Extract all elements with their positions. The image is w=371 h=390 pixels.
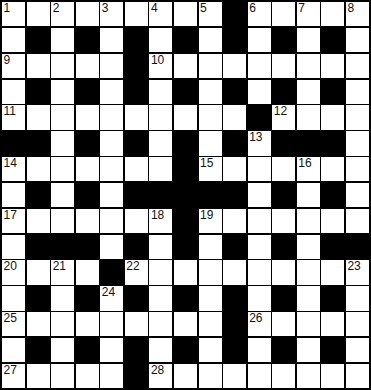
black-cell-r10c10 bbox=[223, 235, 246, 259]
white-cell-r11c2[interactable] bbox=[27, 260, 50, 284]
white-cell-r4c5[interactable] bbox=[100, 80, 123, 104]
clue-number-14: 14 bbox=[4, 157, 17, 170]
white-cell-r13c4[interactable] bbox=[76, 312, 99, 336]
clue-number-18: 18 bbox=[151, 209, 164, 222]
black-cell-r10c15 bbox=[346, 235, 369, 259]
black-cell-r10c12 bbox=[272, 235, 295, 259]
black-cell-r14c12 bbox=[272, 338, 295, 362]
black-cell-r6c13 bbox=[297, 131, 320, 155]
black-cell-r10c8 bbox=[174, 235, 197, 259]
white-cell-r3c1[interactable]: 9 bbox=[2, 54, 25, 78]
white-cell-r5c15[interactable] bbox=[346, 105, 369, 129]
white-cell-r1c3[interactable]: 2 bbox=[51, 2, 74, 26]
clue-number-12: 12 bbox=[274, 105, 287, 118]
white-cell-r6c9[interactable] bbox=[199, 131, 222, 155]
clue-number-27: 27 bbox=[4, 364, 17, 377]
black-cell-r14c10 bbox=[223, 338, 246, 362]
white-cell-r13c9[interactable] bbox=[199, 312, 222, 336]
white-cell-r5c6[interactable] bbox=[125, 105, 148, 129]
white-cell-r14c13[interactable] bbox=[297, 338, 320, 362]
black-cell-r12c14 bbox=[321, 286, 344, 310]
white-cell-r1c11[interactable]: 6 bbox=[248, 2, 271, 26]
black-cell-r2c6 bbox=[125, 28, 148, 52]
clue-number-8: 8 bbox=[347, 2, 354, 15]
black-cell-r14c4 bbox=[76, 338, 99, 362]
white-cell-r14c9[interactable] bbox=[199, 338, 222, 362]
white-cell-r1c15[interactable]: 8 bbox=[346, 2, 369, 26]
black-cell-r7c8 bbox=[174, 157, 197, 181]
white-cell-r7c2[interactable] bbox=[27, 157, 50, 181]
clue-number-13: 13 bbox=[249, 131, 262, 144]
white-cell-r11c3[interactable]: 21 bbox=[51, 260, 74, 284]
black-cell-r4c8 bbox=[174, 80, 197, 104]
white-cell-r12c1[interactable] bbox=[2, 286, 25, 310]
clue-number-19: 19 bbox=[200, 209, 213, 222]
white-cell-r7c10[interactable] bbox=[223, 157, 246, 181]
black-cell-r8c4 bbox=[76, 183, 99, 207]
white-cell-r10c9[interactable] bbox=[199, 235, 222, 259]
white-cell-r11c10[interactable] bbox=[223, 260, 246, 284]
white-cell-r5c13[interactable] bbox=[297, 105, 320, 129]
black-cell-r6c8 bbox=[174, 131, 197, 155]
white-cell-r9c3[interactable] bbox=[51, 209, 74, 233]
black-cell-r2c2 bbox=[27, 28, 50, 52]
white-cell-r9c15[interactable] bbox=[346, 209, 369, 233]
black-cell-r6c10 bbox=[223, 131, 246, 155]
white-cell-r2c3[interactable] bbox=[51, 28, 74, 52]
white-cell-r15c3[interactable] bbox=[51, 364, 74, 388]
white-cell-r14c1[interactable] bbox=[2, 338, 25, 362]
clue-number-10: 10 bbox=[151, 54, 164, 67]
white-cell-r11c12[interactable] bbox=[272, 260, 295, 284]
white-cell-r5c12[interactable]: 12 bbox=[272, 105, 295, 129]
clue-number-23: 23 bbox=[347, 260, 360, 273]
black-cell-r13c10 bbox=[223, 312, 246, 336]
white-cell-r11c8[interactable] bbox=[174, 260, 197, 284]
white-cell-r1c13[interactable]: 7 bbox=[297, 2, 320, 26]
white-cell-r14c5[interactable] bbox=[100, 338, 123, 362]
white-cell-r5c3[interactable] bbox=[51, 105, 74, 129]
white-cell-r7c5[interactable] bbox=[100, 157, 123, 181]
white-cell-r5c7[interactable] bbox=[149, 105, 172, 129]
white-cell-r10c11[interactable] bbox=[248, 235, 271, 259]
clue-number-11: 11 bbox=[4, 105, 16, 118]
white-cell-r2c9[interactable] bbox=[199, 28, 222, 52]
black-cell-r8c12 bbox=[272, 183, 295, 207]
white-cell-r6c11[interactable]: 13 bbox=[248, 131, 271, 155]
black-cell-r14c8 bbox=[174, 338, 197, 362]
black-cell-r1c10 bbox=[223, 2, 246, 26]
black-cell-r6c4 bbox=[76, 131, 99, 155]
black-cell-r4c12 bbox=[272, 80, 295, 104]
white-cell-r5c10[interactable] bbox=[223, 105, 246, 129]
white-cell-r9c1[interactable]: 17 bbox=[2, 209, 25, 233]
white-cell-r8c13[interactable] bbox=[297, 183, 320, 207]
white-cell-r7c13[interactable]: 16 bbox=[297, 157, 320, 181]
white-cell-r5c8[interactable] bbox=[174, 105, 197, 129]
black-cell-r6c14 bbox=[321, 131, 344, 155]
black-cell-r10c14 bbox=[321, 235, 344, 259]
clue-number-22: 22 bbox=[126, 260, 139, 273]
white-cell-r1c6[interactable] bbox=[125, 2, 148, 26]
white-cell-r4c11[interactable] bbox=[248, 80, 271, 104]
black-cell-r2c4 bbox=[76, 28, 99, 52]
white-cell-r3c14[interactable] bbox=[321, 54, 344, 78]
clue-number-25: 25 bbox=[4, 312, 17, 325]
white-cell-r11c13[interactable] bbox=[297, 260, 320, 284]
white-cell-r2c7[interactable] bbox=[149, 28, 172, 52]
white-cell-r8c3[interactable] bbox=[51, 183, 74, 207]
white-cell-r1c9[interactable]: 5 bbox=[199, 2, 222, 26]
black-cell-r12c6 bbox=[125, 286, 148, 310]
black-cell-r2c8 bbox=[174, 28, 197, 52]
clue-number-17: 17 bbox=[4, 209, 17, 222]
black-cell-r9c8 bbox=[174, 209, 197, 233]
white-cell-r7c12[interactable] bbox=[272, 157, 295, 181]
white-cell-r12c7[interactable] bbox=[149, 286, 172, 310]
white-cell-r11c9[interactable] bbox=[199, 260, 222, 284]
white-cell-r8c5[interactable] bbox=[100, 183, 123, 207]
white-cell-r1c8[interactable] bbox=[174, 2, 197, 26]
clue-number-21: 21 bbox=[53, 260, 66, 273]
white-cell-r15c7[interactable]: 28 bbox=[149, 364, 172, 388]
white-cell-r7c1[interactable]: 14 bbox=[2, 157, 25, 181]
white-cell-r6c15[interactable] bbox=[346, 131, 369, 155]
white-cell-r12c9[interactable] bbox=[199, 286, 222, 310]
white-cell-r11c15[interactable]: 23 bbox=[346, 260, 369, 284]
black-cell-r4c4 bbox=[76, 80, 99, 104]
white-cell-r11c11[interactable] bbox=[248, 260, 271, 284]
black-cell-r4c2 bbox=[27, 80, 50, 104]
clue-number-16: 16 bbox=[298, 157, 311, 170]
white-cell-r13c2[interactable] bbox=[27, 312, 50, 336]
black-cell-r3c6 bbox=[125, 54, 148, 78]
white-cell-r7c4[interactable] bbox=[76, 157, 99, 181]
white-cell-r1c12[interactable] bbox=[272, 2, 295, 26]
white-cell-r4c9[interactable] bbox=[199, 80, 222, 104]
black-cell-r12c8 bbox=[174, 286, 197, 310]
white-cell-r15c14[interactable] bbox=[321, 364, 344, 388]
white-cell-r6c3[interactable] bbox=[51, 131, 74, 155]
white-cell-r11c7[interactable] bbox=[149, 260, 172, 284]
white-cell-r9c6[interactable] bbox=[125, 209, 148, 233]
white-cell-r15c9[interactable] bbox=[199, 364, 222, 388]
white-cell-r7c15[interactable] bbox=[346, 157, 369, 181]
white-cell-r14c3[interactable] bbox=[51, 338, 74, 362]
white-cell-r5c2[interactable] bbox=[27, 105, 50, 129]
white-cell-r3c12[interactable] bbox=[272, 54, 295, 78]
clue-number-1: 1 bbox=[4, 2, 11, 15]
white-cell-r5c14[interactable] bbox=[321, 105, 344, 129]
clue-number-4: 4 bbox=[151, 2, 158, 15]
white-cell-r2c5[interactable] bbox=[100, 28, 123, 52]
black-cell-r8c9 bbox=[199, 183, 222, 207]
white-cell-r15c11[interactable] bbox=[248, 364, 271, 388]
clue-number-5: 5 bbox=[200, 2, 207, 15]
white-cell-r15c2[interactable] bbox=[27, 364, 50, 388]
clue-number-20: 20 bbox=[4, 260, 17, 273]
clue-number-3: 3 bbox=[102, 2, 109, 15]
white-cell-r15c13[interactable] bbox=[297, 364, 320, 388]
white-cell-r7c11[interactable] bbox=[248, 157, 271, 181]
black-cell-r12c12 bbox=[272, 286, 295, 310]
black-cell-r14c14 bbox=[321, 338, 344, 362]
white-cell-r2c11[interactable] bbox=[248, 28, 271, 52]
black-cell-r6c2 bbox=[27, 131, 50, 155]
white-cell-r3c7[interactable]: 10 bbox=[149, 54, 172, 78]
black-cell-r14c2 bbox=[27, 338, 50, 362]
white-cell-r5c4[interactable] bbox=[76, 105, 99, 129]
white-cell-r4c15[interactable] bbox=[346, 80, 369, 104]
white-cell-r9c7[interactable]: 18 bbox=[149, 209, 172, 233]
white-cell-r6c5[interactable] bbox=[100, 131, 123, 155]
clue-number-15: 15 bbox=[200, 157, 213, 170]
white-cell-r9c12[interactable] bbox=[272, 209, 295, 233]
white-cell-r2c13[interactable] bbox=[297, 28, 320, 52]
white-cell-r3c10[interactable] bbox=[223, 54, 246, 78]
white-cell-r3c3[interactable] bbox=[51, 54, 74, 78]
white-cell-r8c11[interactable] bbox=[248, 183, 271, 207]
white-cell-r1c2[interactable] bbox=[27, 2, 50, 26]
white-cell-r11c6[interactable]: 22 bbox=[125, 260, 148, 284]
white-cell-r10c1[interactable] bbox=[2, 235, 25, 259]
clue-number-26: 26 bbox=[249, 312, 262, 325]
white-cell-r13c8[interactable] bbox=[174, 312, 197, 336]
crossword-grid: 1234567891011121314151617181920212223242… bbox=[0, 0, 371, 390]
clue-number-9: 9 bbox=[4, 54, 11, 67]
white-cell-r9c13[interactable] bbox=[297, 209, 320, 233]
white-cell-r8c15[interactable] bbox=[346, 183, 369, 207]
black-cell-r6c1 bbox=[2, 131, 25, 155]
white-cell-r11c14[interactable] bbox=[321, 260, 344, 284]
white-cell-r4c7[interactable] bbox=[149, 80, 172, 104]
clue-number-2: 2 bbox=[53, 2, 60, 15]
white-cell-r15c10[interactable] bbox=[223, 364, 246, 388]
white-cell-r3c2[interactable] bbox=[27, 54, 50, 78]
white-cell-r12c11[interactable] bbox=[248, 286, 271, 310]
white-cell-r12c3[interactable] bbox=[51, 286, 74, 310]
black-cell-r14c6 bbox=[125, 338, 148, 362]
white-cell-r1c7[interactable]: 4 bbox=[149, 2, 172, 26]
white-cell-r1c14[interactable] bbox=[321, 2, 344, 26]
white-cell-r2c1[interactable] bbox=[2, 28, 25, 52]
white-cell-r5c1[interactable]: 11 bbox=[2, 105, 25, 129]
white-cell-r3c11[interactable] bbox=[248, 54, 271, 78]
black-cell-r8c7 bbox=[149, 183, 172, 207]
white-cell-r9c11[interactable] bbox=[248, 209, 271, 233]
white-cell-r7c3[interactable] bbox=[51, 157, 74, 181]
white-cell-r6c7[interactable] bbox=[149, 131, 172, 155]
black-cell-r10c3 bbox=[51, 235, 74, 259]
clue-number-7: 7 bbox=[298, 2, 305, 15]
black-cell-r4c10 bbox=[223, 80, 246, 104]
white-cell-r12c15[interactable] bbox=[346, 286, 369, 310]
black-cell-r5c11 bbox=[248, 105, 271, 129]
white-cell-r4c13[interactable] bbox=[297, 80, 320, 104]
white-cell-r3c9[interactable] bbox=[199, 54, 222, 78]
white-cell-r11c4[interactable] bbox=[76, 260, 99, 284]
white-cell-r15c8[interactable] bbox=[174, 364, 197, 388]
white-cell-r13c6[interactable] bbox=[125, 312, 148, 336]
white-cell-r9c2[interactable] bbox=[27, 209, 50, 233]
white-cell-r9c14[interactable] bbox=[321, 209, 344, 233]
white-cell-r14c15[interactable] bbox=[346, 338, 369, 362]
white-cell-r9c5[interactable] bbox=[100, 209, 123, 233]
white-cell-r13c1[interactable]: 25 bbox=[2, 312, 25, 336]
white-cell-r14c11[interactable] bbox=[248, 338, 271, 362]
white-cell-r13c3[interactable] bbox=[51, 312, 74, 336]
white-cell-r9c9[interactable]: 19 bbox=[199, 209, 222, 233]
white-cell-r10c5[interactable] bbox=[100, 235, 123, 259]
white-cell-r9c10[interactable] bbox=[223, 209, 246, 233]
white-cell-r13c12[interactable] bbox=[272, 312, 295, 336]
clue-number-28: 28 bbox=[151, 364, 164, 377]
white-cell-r10c7[interactable] bbox=[149, 235, 172, 259]
black-cell-r10c4 bbox=[76, 235, 99, 259]
white-cell-r3c13[interactable] bbox=[297, 54, 320, 78]
black-cell-r6c12 bbox=[272, 131, 295, 155]
white-cell-r13c5[interactable] bbox=[100, 312, 123, 336]
black-cell-r12c4 bbox=[76, 286, 99, 310]
white-cell-r3c5[interactable] bbox=[100, 54, 123, 78]
black-cell-r8c2 bbox=[27, 183, 50, 207]
white-cell-r4c1[interactable] bbox=[2, 80, 25, 104]
white-cell-r13c15[interactable] bbox=[346, 312, 369, 336]
clue-number-6: 6 bbox=[249, 2, 256, 15]
white-cell-r5c5[interactable] bbox=[100, 105, 123, 129]
black-cell-r4c14 bbox=[321, 80, 344, 104]
white-cell-r7c14[interactable] bbox=[321, 157, 344, 181]
white-cell-r15c5[interactable] bbox=[100, 364, 123, 388]
white-cell-r13c11[interactable]: 26 bbox=[248, 312, 271, 336]
black-cell-r2c12 bbox=[272, 28, 295, 52]
black-cell-r8c6 bbox=[125, 183, 148, 207]
white-cell-r7c9[interactable]: 15 bbox=[199, 157, 222, 181]
white-cell-r12c5[interactable]: 24 bbox=[100, 286, 123, 310]
white-cell-r12c13[interactable] bbox=[297, 286, 320, 310]
white-cell-r10c13[interactable] bbox=[297, 235, 320, 259]
white-cell-r4c3[interactable] bbox=[51, 80, 74, 104]
white-cell-r3c4[interactable] bbox=[76, 54, 99, 78]
black-cell-r15c6 bbox=[125, 364, 148, 388]
clue-number-24: 24 bbox=[102, 286, 115, 299]
white-cell-r15c15[interactable] bbox=[346, 364, 369, 388]
black-cell-r10c2 bbox=[27, 235, 50, 259]
white-cell-r14c7[interactable] bbox=[149, 338, 172, 362]
black-cell-r4c6 bbox=[125, 80, 148, 104]
white-cell-r13c14[interactable] bbox=[321, 312, 344, 336]
white-cell-r11c1[interactable]: 20 bbox=[2, 260, 25, 284]
black-cell-r6c6 bbox=[125, 131, 148, 155]
white-cell-r15c12[interactable] bbox=[272, 364, 295, 388]
black-cell-r11c5 bbox=[100, 260, 123, 284]
white-cell-r5c9[interactable] bbox=[199, 105, 222, 129]
white-cell-r1c5[interactable]: 3 bbox=[100, 2, 123, 26]
white-cell-r13c13[interactable] bbox=[297, 312, 320, 336]
white-cell-r7c7[interactable] bbox=[149, 157, 172, 181]
white-cell-r13c7[interactable] bbox=[149, 312, 172, 336]
white-cell-r1c1[interactable]: 1 bbox=[2, 2, 25, 26]
black-cell-r2c10 bbox=[223, 28, 246, 52]
black-cell-r12c10 bbox=[223, 286, 246, 310]
white-cell-r15c1[interactable]: 27 bbox=[2, 364, 25, 388]
black-cell-r8c14 bbox=[321, 183, 344, 207]
white-cell-r15c4[interactable] bbox=[76, 364, 99, 388]
black-cell-r2c14 bbox=[321, 28, 344, 52]
black-cell-r12c2 bbox=[27, 286, 50, 310]
white-cell-r1c4[interactable] bbox=[76, 2, 99, 26]
white-cell-r7c6[interactable] bbox=[125, 157, 148, 181]
black-cell-r10c6 bbox=[125, 235, 148, 259]
white-cell-r8c1[interactable] bbox=[2, 183, 25, 207]
white-cell-r3c8[interactable] bbox=[174, 54, 197, 78]
white-cell-r2c15[interactable] bbox=[346, 28, 369, 52]
white-cell-r3c15[interactable] bbox=[346, 54, 369, 78]
white-cell-r9c4[interactable] bbox=[76, 209, 99, 233]
black-cell-r8c8 bbox=[174, 183, 197, 207]
black-cell-r8c10 bbox=[223, 183, 246, 207]
